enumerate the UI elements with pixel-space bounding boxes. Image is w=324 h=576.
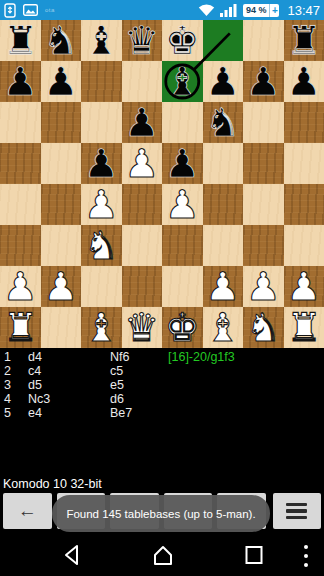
square-g6[interactable] xyxy=(243,102,284,143)
black-move: Be7 xyxy=(110,406,132,420)
square-b4[interactable] xyxy=(41,184,82,225)
square-b5[interactable] xyxy=(41,143,82,184)
piece-white-n: ♞ xyxy=(243,307,284,348)
square-a3[interactable] xyxy=(0,225,41,266)
piece-white-p: ♟ xyxy=(284,266,324,307)
square-a2[interactable]: ♟ xyxy=(0,266,41,307)
square-h7[interactable]: ♟ xyxy=(284,61,324,102)
square-g5[interactable] xyxy=(243,143,284,184)
square-c7[interactable] xyxy=(81,61,122,102)
square-e5[interactable]: ♟ xyxy=(162,143,203,184)
square-a1[interactable]: ♜ xyxy=(0,307,41,348)
black-move: c5 xyxy=(110,364,123,378)
nav-home-icon[interactable] xyxy=(152,543,174,567)
hamburger-menu-icon xyxy=(286,503,307,520)
piece-black-p: ♟ xyxy=(81,143,122,184)
square-f7[interactable]: ♟ xyxy=(203,61,244,102)
signal-strength-icon xyxy=(220,4,238,17)
phone-screen: ota 94 % + 13:47 ♜♞♝♛♚♜♟♟♝♟♟♟♟♞♟♟♟♟♟♞♟♟♟… xyxy=(0,0,324,576)
square-a5[interactable] xyxy=(0,143,41,184)
square-d6[interactable]: ♟ xyxy=(122,102,163,143)
move-number: 2 xyxy=(4,364,11,378)
square-d3[interactable] xyxy=(122,225,163,266)
square-h1[interactable]: ♜ xyxy=(284,307,324,348)
android-nav-bar xyxy=(0,534,324,576)
piece-white-p: ♟ xyxy=(162,184,203,225)
square-e6[interactable] xyxy=(162,102,203,143)
square-a7[interactable]: ♟ xyxy=(0,61,41,102)
move-number: 5 xyxy=(4,406,11,420)
square-f1[interactable]: ♝ xyxy=(203,307,244,348)
move-list: 1d4Nf62c4c53d5e54Nc3d65e4Be7 xyxy=(0,350,324,420)
piece-white-p: ♟ xyxy=(122,143,163,184)
square-c3[interactable]: ♞ xyxy=(81,225,122,266)
piece-black-b: ♝ xyxy=(162,61,203,102)
piece-black-q: ♛ xyxy=(122,20,163,61)
square-c5[interactable]: ♟ xyxy=(81,143,122,184)
square-f4[interactable] xyxy=(203,184,244,225)
square-g4[interactable] xyxy=(243,184,284,225)
square-b3[interactable] xyxy=(41,225,82,266)
square-e2[interactable] xyxy=(162,266,203,307)
white-move: d4 xyxy=(28,350,42,364)
square-b7[interactable]: ♟ xyxy=(41,61,82,102)
square-e4[interactable]: ♟ xyxy=(162,184,203,225)
status-bar: ota 94 % + 13:47 xyxy=(0,0,324,20)
back-arrow-icon: ← xyxy=(18,500,37,522)
piece-white-p: ♟ xyxy=(203,266,244,307)
piece-black-p: ♟ xyxy=(122,102,163,143)
piece-white-p: ♟ xyxy=(243,266,284,307)
battery-charging-plus-icon: + xyxy=(269,4,279,17)
piece-white-b: ♝ xyxy=(203,307,244,348)
nav-recents-icon[interactable] xyxy=(244,543,264,567)
piece-black-p: ♟ xyxy=(243,61,284,102)
wifi-icon xyxy=(198,4,215,17)
square-f8[interactable] xyxy=(203,20,244,61)
black-move: e5 xyxy=(110,378,124,392)
piece-black-n: ♞ xyxy=(41,20,82,61)
engine-eval-line: [16]-20/g1f3 xyxy=(168,350,235,364)
black-move: Nf6 xyxy=(110,350,129,364)
square-c2[interactable] xyxy=(81,266,122,307)
square-g3[interactable] xyxy=(243,225,284,266)
piece-white-b: ♝ xyxy=(81,307,122,348)
square-h3[interactable] xyxy=(284,225,324,266)
square-d1[interactable]: ♛ xyxy=(122,307,163,348)
square-h2[interactable]: ♟ xyxy=(284,266,324,307)
piece-black-k: ♚ xyxy=(162,20,203,61)
square-f6[interactable]: ♞ xyxy=(203,102,244,143)
move-row: 1d4Nf6 xyxy=(0,350,324,364)
white-move: d5 xyxy=(28,378,42,392)
square-c8[interactable]: ♝ xyxy=(81,20,122,61)
piece-black-p: ♟ xyxy=(203,61,244,102)
piece-black-p: ♟ xyxy=(162,143,203,184)
piece-black-p: ♟ xyxy=(284,61,324,102)
square-g7[interactable]: ♟ xyxy=(243,61,284,102)
undo-move-button[interactable]: ← xyxy=(3,493,52,529)
battery-percent: 94 % xyxy=(243,4,270,17)
piece-white-n: ♞ xyxy=(81,225,122,266)
square-h5[interactable] xyxy=(284,143,324,184)
square-a8[interactable]: ♜ xyxy=(0,20,41,61)
square-b1[interactable] xyxy=(41,307,82,348)
square-d7[interactable] xyxy=(122,61,163,102)
piece-white-r: ♜ xyxy=(0,307,41,348)
piece-black-p: ♟ xyxy=(41,61,82,102)
square-d8[interactable]: ♛ xyxy=(122,20,163,61)
square-a4[interactable] xyxy=(0,184,41,225)
chess-board[interactable]: ♜♞♝♛♚♜♟♟♝♟♟♟♟♞♟♟♟♟♟♞♟♟♟♟♟♜♝♛♚♝♞♜ xyxy=(0,20,324,348)
notification-text: ota xyxy=(45,7,55,13)
square-h8[interactable]: ♜ xyxy=(284,20,324,61)
square-h6[interactable] xyxy=(284,102,324,143)
piece-black-p: ♟ xyxy=(0,61,41,102)
piece-black-b: ♝ xyxy=(81,20,122,61)
menu-button[interactable] xyxy=(273,493,322,529)
square-g1[interactable]: ♞ xyxy=(243,307,284,348)
square-c4[interactable]: ♟ xyxy=(81,184,122,225)
square-h4[interactable] xyxy=(284,184,324,225)
move-row: 5e4Be7 xyxy=(0,406,324,420)
move-row: 4Nc3d6 xyxy=(0,392,324,406)
square-b6[interactable] xyxy=(41,102,82,143)
piece-black-n: ♞ xyxy=(203,102,244,143)
square-g8[interactable] xyxy=(243,20,284,61)
move-number: 3 xyxy=(4,378,11,392)
piece-white-p: ♟ xyxy=(0,266,41,307)
toast-message: Found 145 tablebases (up to 5-man). xyxy=(52,495,270,532)
square-g2[interactable]: ♟ xyxy=(243,266,284,307)
square-b8[interactable]: ♞ xyxy=(41,20,82,61)
nav-back-icon[interactable] xyxy=(62,543,80,567)
square-d2[interactable] xyxy=(122,266,163,307)
piece-white-k: ♚ xyxy=(162,307,203,348)
square-c1[interactable]: ♝ xyxy=(81,307,122,348)
white-move: e4 xyxy=(28,406,42,420)
square-e1[interactable]: ♚ xyxy=(162,307,203,348)
move-number: 4 xyxy=(4,392,11,406)
clock-time: 13:47 xyxy=(287,3,320,18)
engine-name: Komodo 10 32-bit xyxy=(3,477,102,491)
square-e8[interactable]: ♚ xyxy=(162,20,203,61)
square-d5[interactable]: ♟ xyxy=(122,143,163,184)
square-d4[interactable] xyxy=(122,184,163,225)
usb-connected-icon xyxy=(4,3,16,18)
white-move: Nc3 xyxy=(28,392,50,406)
piece-white-p: ♟ xyxy=(81,184,122,225)
square-e7[interactable]: ♝ xyxy=(162,61,203,102)
black-move: d6 xyxy=(110,392,124,406)
square-e3[interactable] xyxy=(162,225,203,266)
square-f5[interactable] xyxy=(203,143,244,184)
square-c6[interactable] xyxy=(81,102,122,143)
move-row: 3d5e5 xyxy=(0,378,324,392)
piece-white-q: ♛ xyxy=(122,307,163,348)
white-move: c4 xyxy=(28,364,41,378)
piece-white-p: ♟ xyxy=(41,266,82,307)
battery-indicator: 94 % + xyxy=(243,4,280,17)
square-f2[interactable]: ♟ xyxy=(203,266,244,307)
move-number: 1 xyxy=(4,350,11,364)
piece-black-r: ♜ xyxy=(0,20,41,61)
nav-more-dots-icon[interactable] xyxy=(302,543,310,569)
square-b2[interactable]: ♟ xyxy=(41,266,82,307)
square-f3[interactable] xyxy=(203,225,244,266)
move-row: 2c4c5 xyxy=(0,364,324,378)
square-a6[interactable] xyxy=(0,102,41,143)
piece-black-r: ♜ xyxy=(284,20,324,61)
piece-white-r: ♜ xyxy=(284,307,324,348)
screenshot-icon xyxy=(23,4,38,16)
